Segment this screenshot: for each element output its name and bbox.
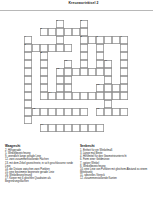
grid-cell[interactable] [24, 84, 32, 92]
grid-blank [112, 100, 120, 108]
grid-blank [88, 60, 96, 68]
grid-blank [112, 20, 120, 28]
cell-number: 5 [81, 36, 82, 38]
cell-number: 6 [97, 36, 98, 38]
grid-blank [72, 20, 80, 28]
grid-blank [48, 36, 56, 44]
grid-cell[interactable] [56, 76, 64, 84]
grid-cell[interactable] [56, 36, 64, 44]
grid-blank [96, 20, 104, 28]
grid-blank [88, 108, 96, 116]
grid-cell[interactable] [56, 92, 64, 100]
page-title: Kreuzworträtsel 2 [14, 1, 153, 5]
grid-cell[interactable] [40, 84, 48, 92]
across-clues: Waagrecht 2. Hilfsgerade5. Winkelbezeich… [5, 145, 75, 183]
grid-cell[interactable]: 5 [80, 36, 88, 44]
grid-cell[interactable]: 17 [40, 124, 48, 132]
grid-cell[interactable] [64, 84, 72, 92]
grid-cell[interactable] [80, 124, 88, 132]
grid-blank [112, 60, 120, 68]
grid-blank [32, 84, 40, 92]
grid-cell[interactable]: 15 [32, 108, 40, 116]
clue: 12. zusammenstoßende Kanten [80, 177, 150, 180]
grid-cell[interactable] [24, 76, 32, 84]
grid-blank [72, 76, 80, 84]
grid-cell[interactable] [88, 36, 96, 44]
down-header: Senkrecht [80, 145, 150, 148]
grid-cell[interactable] [120, 60, 128, 68]
grid-cell[interactable]: 6 [96, 36, 104, 44]
grid-blank [112, 76, 120, 84]
grid-cell[interactable] [112, 36, 120, 44]
cell-number: 14 [49, 92, 52, 94]
grid-cell[interactable] [56, 124, 64, 132]
grid-blank [72, 60, 80, 68]
grid-cell[interactable] [64, 108, 72, 116]
grid-blank [112, 116, 120, 124]
grid-blank [120, 124, 128, 132]
grid-blank [32, 28, 40, 36]
cell-number: 1 [57, 20, 58, 22]
grid-blank [32, 52, 40, 60]
grid-blank [88, 100, 96, 108]
grid-cell[interactable]: 14 [48, 92, 56, 100]
grid-blank [80, 100, 88, 108]
grid-blank [48, 100, 56, 108]
grid-cell[interactable] [112, 92, 120, 100]
cell-number: 13 [97, 84, 100, 86]
crossword-grid: 1324567981011121314151617 [24, 20, 128, 132]
grid-blank [32, 116, 40, 124]
grid-cell[interactable]: 8 [40, 52, 48, 60]
grid-blank [72, 36, 80, 44]
grid-blank [72, 100, 80, 108]
grid-cell[interactable] [96, 52, 104, 60]
grid-cell[interactable] [120, 108, 128, 116]
grid-cell[interactable] [88, 68, 96, 76]
grid-blank [80, 116, 88, 124]
grid-cell[interactable] [104, 92, 112, 100]
grid-cell[interactable] [24, 108, 32, 116]
grid-cell[interactable] [24, 100, 32, 108]
grid-cell[interactable] [96, 92, 104, 100]
grid-cell[interactable] [24, 116, 32, 124]
grid-cell[interactable] [40, 68, 48, 76]
cell-number: 17 [41, 124, 44, 126]
grid-cell[interactable] [64, 76, 72, 84]
grid-blank [64, 36, 72, 44]
grid-blank [56, 100, 64, 108]
grid-cell[interactable] [88, 124, 96, 132]
grid-blank [64, 20, 72, 28]
grid-cell[interactable] [104, 100, 112, 108]
across-header: Waagrecht [5, 145, 75, 148]
grid-blank [40, 100, 48, 108]
clue-lists: Waagrecht 2. Hilfsgerade5. Winkelbezeich… [5, 145, 151, 183]
grid-cell[interactable] [104, 84, 112, 92]
grid-blank [32, 36, 40, 44]
grid-blank [48, 52, 56, 60]
grid-blank [48, 20, 56, 28]
grid-blank [32, 124, 40, 132]
grid-cell[interactable]: 13 [96, 84, 104, 92]
grid-cell[interactable] [64, 68, 72, 76]
grid-blank [96, 116, 104, 124]
grid-cell[interactable] [72, 124, 80, 132]
grid-blank [40, 36, 48, 44]
grid-cell[interactable] [64, 124, 72, 132]
cell-number: 3 [81, 20, 82, 22]
grid-cell[interactable] [56, 108, 64, 116]
grid-cell[interactable] [72, 68, 80, 76]
grid-cell[interactable] [72, 108, 80, 116]
grid-blank [64, 100, 72, 108]
grid-blank [56, 52, 64, 60]
grid-blank [32, 76, 40, 84]
grid-blank [112, 124, 120, 132]
grid-blank [104, 28, 112, 36]
grid-blank [120, 20, 128, 28]
grid-blank [56, 116, 64, 124]
clue: 17. Körper mit 6 gleichen Quadraten als … [5, 177, 75, 183]
grid-blank [72, 52, 80, 60]
grid-cell[interactable]: 7 [120, 36, 128, 44]
grid-blank [48, 60, 56, 68]
grid-blank [88, 116, 96, 124]
grid-blank [48, 76, 56, 84]
grid-cell[interactable] [96, 124, 104, 132]
grid-blank [24, 124, 32, 132]
grid-blank [24, 20, 32, 28]
grid-blank [32, 60, 40, 68]
grid-cell[interactable] [104, 68, 112, 76]
cell-number: 11 [105, 60, 108, 62]
grid-blank [72, 116, 80, 124]
cell-number: 10 [65, 60, 68, 62]
grid-cell[interactable] [48, 124, 56, 132]
grid-cell[interactable] [56, 28, 64, 36]
grid-blank [112, 44, 120, 52]
grid-blank [88, 28, 96, 36]
grid-cell[interactable] [120, 68, 128, 76]
grid-blank [112, 68, 120, 76]
grid-cell[interactable] [24, 60, 32, 68]
grid-cell[interactable] [120, 92, 128, 100]
grid-cell[interactable] [24, 52, 32, 60]
grid-blank [88, 20, 96, 28]
grid-cell[interactable] [80, 60, 88, 68]
grid-cell[interactable] [112, 108, 120, 116]
grid-cell[interactable] [88, 92, 96, 100]
grid-cell[interactable] [48, 108, 56, 116]
grid-cell[interactable] [120, 76, 128, 84]
grid-cell[interactable]: 10 [64, 60, 72, 68]
grid-cell[interactable] [80, 44, 88, 52]
grid-cell[interactable] [64, 28, 72, 36]
cell-number: 9 [25, 44, 26, 46]
grid-blank [32, 68, 40, 76]
grid-cell[interactable] [72, 28, 80, 36]
grid-cell[interactable] [40, 92, 48, 100]
grid-cell[interactable] [48, 44, 56, 52]
grid-blank [80, 76, 88, 84]
grid-cell[interactable]: 11 [104, 60, 112, 68]
grid-cell[interactable] [72, 92, 80, 100]
grid-cell[interactable] [40, 108, 48, 116]
cell-number: 16 [97, 108, 100, 110]
grid-cell[interactable] [40, 60, 48, 68]
grid-cell[interactable]: 16 [96, 108, 104, 116]
grid-blank [120, 100, 128, 108]
grid-blank [64, 116, 72, 124]
grid-cell[interactable] [80, 52, 88, 60]
grid-blank [120, 116, 128, 124]
cell-number: 12 [57, 68, 60, 70]
down-clues: Senkrecht 1. Einheit für ein Winkelmaß3.… [80, 145, 150, 183]
grid-cell[interactable] [96, 60, 104, 68]
cell-number: 4 [25, 36, 26, 38]
grid-blank [104, 44, 112, 52]
grid-cell[interactable] [40, 76, 48, 84]
grid-blank [48, 68, 56, 76]
grid-cell[interactable]: 2 [40, 28, 48, 36]
grid-cell[interactable] [104, 108, 112, 116]
cell-number: 7 [121, 36, 122, 38]
grid-blank [104, 116, 112, 124]
grid-blank [88, 52, 96, 60]
grid-blank [72, 44, 80, 52]
grid-cell[interactable] [64, 92, 72, 100]
cell-number: 8 [41, 52, 42, 54]
grid-cell[interactable]: 12 [56, 68, 64, 76]
grid-blank [104, 20, 112, 28]
grid-blank [88, 84, 96, 92]
grid-blank [88, 76, 96, 84]
grid-cell[interactable]: 3 [80, 20, 88, 28]
grid-cell[interactable] [120, 84, 128, 92]
grid-blank [48, 116, 56, 124]
grid-cell[interactable] [24, 92, 32, 100]
grid-cell[interactable] [56, 44, 64, 52]
grid-blank [88, 44, 96, 52]
grid-cell[interactable] [32, 44, 40, 52]
grid-cell[interactable] [104, 76, 112, 84]
grid-blank [80, 84, 88, 92]
grid-blank [112, 28, 120, 36]
grid-blank [112, 52, 120, 60]
grid-cell[interactable] [24, 68, 32, 76]
grid-cell[interactable] [96, 44, 104, 52]
grid-cell[interactable] [112, 84, 120, 92]
grid-cell[interactable] [56, 84, 64, 92]
cell-number: 15 [33, 108, 36, 110]
grid-cell[interactable]: 9 [24, 44, 32, 52]
grid-blank [32, 20, 40, 28]
grid-cell[interactable]: 1 [56, 20, 64, 28]
grid-cell[interactable] [80, 68, 88, 76]
cell-number: 2 [41, 28, 42, 30]
grid-cell[interactable] [64, 44, 72, 52]
grid-cell[interactable] [104, 36, 112, 44]
grid-cell[interactable] [48, 28, 56, 36]
grid-cell[interactable] [120, 44, 128, 52]
grid-blank [72, 84, 80, 92]
grid-blank [104, 124, 112, 132]
grid-cell[interactable] [120, 52, 128, 60]
grid-cell[interactable] [80, 92, 88, 100]
grid-cell[interactable] [80, 108, 88, 116]
grid-blank [32, 92, 40, 100]
header-divider [0, 10, 153, 11]
grid-cell[interactable] [96, 68, 104, 76]
